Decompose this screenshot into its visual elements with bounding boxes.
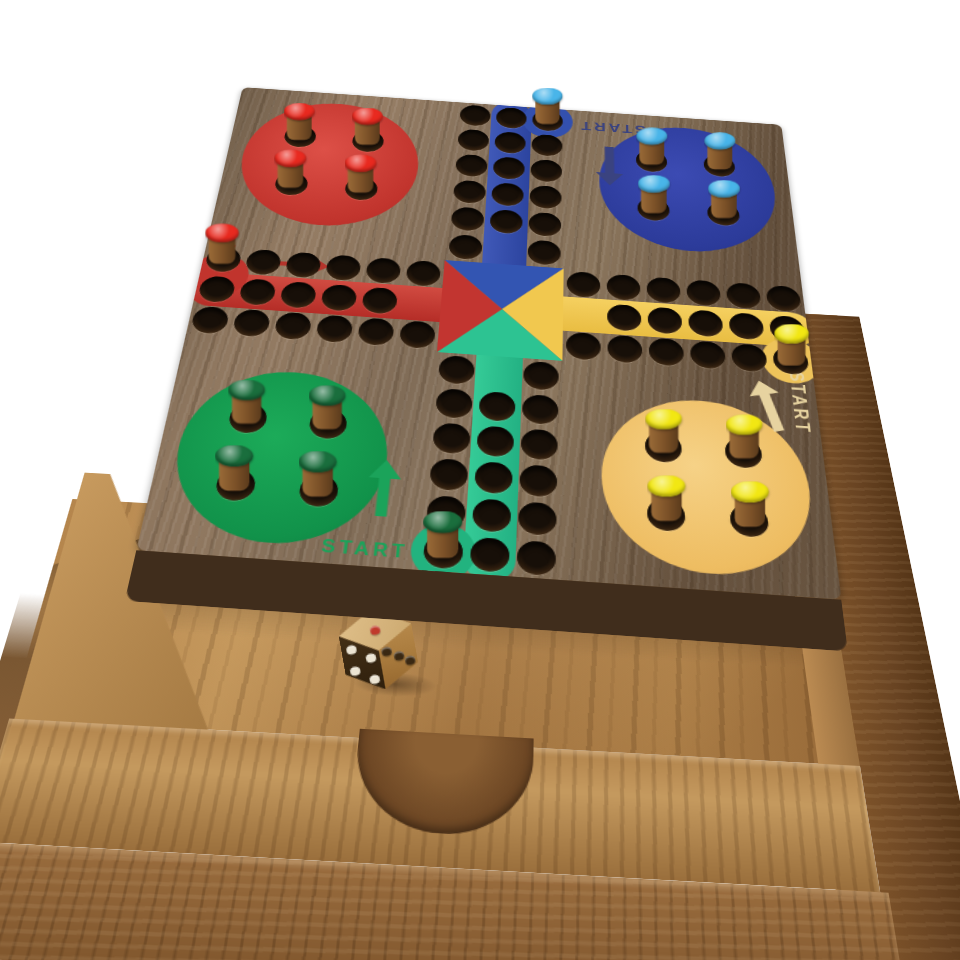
track-hole-r8c5[interactable] [399, 320, 436, 349]
green-peg-yard-2[interactable] [309, 385, 346, 431]
center-goal [437, 260, 564, 361]
center-green-triangle [437, 260, 564, 361]
die-1-left-pip-1 [345, 645, 357, 656]
green-lane-hole-4[interactable] [472, 498, 512, 533]
red-lane-hole-4[interactable] [320, 284, 358, 312]
track-hole-r6c14[interactable] [766, 285, 802, 312]
peg-cap [352, 108, 383, 126]
peg-cap [647, 475, 685, 497]
blue-peg-yard-2[interactable] [704, 132, 735, 171]
track-hole-r1c6[interactable] [457, 129, 489, 152]
track-hole-r11c6[interactable] [432, 422, 471, 454]
track-hole-r3c8[interactable] [529, 185, 561, 210]
green-yard[interactable] [160, 366, 396, 551]
red-home-lane [186, 271, 443, 322]
track-hole-r10c8[interactable] [522, 394, 559, 425]
blue-peg-start[interactable] [532, 88, 562, 126]
track-hole-r11c8[interactable] [521, 428, 558, 460]
track-hole-r2c6[interactable] [455, 154, 488, 178]
track-hole-r8c9[interactable] [566, 332, 601, 361]
track-hole-r2c8[interactable] [530, 159, 562, 183]
track-hole-r1c8[interactable] [531, 134, 562, 157]
peg-cap [731, 481, 769, 503]
yellow-lane-hole-4[interactable] [728, 312, 764, 340]
track-hole-r8c0[interactable] [190, 306, 230, 335]
peg-cap [205, 223, 239, 242]
green-home-lane [462, 355, 523, 584]
peg-cap [636, 127, 667, 145]
track-hole-r4c6[interactable] [451, 206, 485, 231]
track-hole-r8c11[interactable] [649, 338, 685, 367]
green-peg-yard-3[interactable] [215, 445, 253, 493]
die-1-right-pip-1 [381, 646, 393, 657]
blue-peg-yard-4[interactable] [708, 180, 740, 220]
product-photo-scene: START START START START [0, 0, 960, 960]
blue-lane-hole-2[interactable] [494, 131, 526, 154]
green-peg-start[interactable] [423, 511, 462, 560]
blue-yard[interactable] [599, 122, 782, 257]
track-hole-r9c8[interactable] [523, 361, 559, 391]
center-red-triangle [437, 260, 564, 361]
track-hole-r10c6[interactable] [435, 388, 473, 419]
peg-cap [774, 324, 809, 344]
yellow-peg-yard-2[interactable] [726, 414, 763, 460]
track-hole-r8c13[interactable] [731, 343, 768, 372]
red-lane-hole-2[interactable] [238, 278, 277, 306]
yellow-peg-yard-1[interactable] [645, 409, 682, 455]
track-hole-r8c2[interactable] [274, 312, 313, 341]
peg-cap [284, 103, 315, 121]
red-peg-yard-2[interactable] [352, 108, 383, 147]
peg-cap [215, 445, 253, 467]
red-peg-yard-3[interactable] [274, 149, 306, 189]
blue-lane-hole-4[interactable] [491, 182, 524, 207]
peg-cap [638, 175, 670, 193]
peg-cap [309, 385, 346, 406]
blue-home-lane [482, 101, 532, 266]
red-start-arrow-icon [274, 254, 330, 276]
track-hole-r6c1[interactable] [244, 249, 282, 276]
track-hole-r6c10[interactable] [607, 274, 641, 301]
red-yard[interactable] [229, 98, 424, 231]
die-1-left-pip-3 [349, 666, 361, 677]
track-hole-r8c3[interactable] [315, 315, 353, 344]
track-hole-r8c1[interactable] [232, 309, 272, 338]
green-peg-yard-1[interactable] [228, 380, 265, 426]
green-lane-hole-2[interactable] [476, 425, 514, 457]
yellow-peg-yard-4[interactable] [731, 481, 769, 529]
green-lane-hole-5[interactable] [470, 537, 510, 573]
red-peg-start[interactable] [205, 223, 239, 265]
green-peg-yard-4[interactable] [299, 451, 337, 499]
red-peg-yard-4[interactable] [345, 154, 377, 194]
blue-lane-hole-5[interactable] [490, 209, 523, 234]
peg-cap [299, 451, 337, 473]
track-hole-r0c6[interactable] [459, 104, 491, 126]
yellow-yard[interactable] [601, 394, 820, 581]
track-hole-r3c6[interactable] [453, 180, 486, 204]
yellow-peg-start[interactable] [774, 324, 809, 368]
blue-peg-yard-1[interactable] [636, 127, 667, 166]
yellow-lane-hole-3[interactable] [688, 309, 724, 337]
die-1-right-pip-2 [393, 651, 405, 662]
track-hole-r5c6[interactable] [448, 234, 483, 260]
yellow-start-label: START [785, 371, 814, 435]
peg-cap [228, 380, 265, 401]
die-1-left-pip-2 [365, 653, 377, 664]
green-lane-hole-1[interactable] [478, 391, 515, 422]
track-hole-r6c5[interactable] [405, 260, 441, 287]
blue-lane-hole-3[interactable] [493, 156, 525, 180]
red-lane-hole-5[interactable] [361, 287, 398, 315]
peg-cap [726, 414, 763, 435]
red-lane-hole-1[interactable] [197, 275, 236, 303]
track-hole-r8c4[interactable] [357, 317, 395, 346]
center-blue-triangle [437, 260, 564, 361]
red-peg-yard-1[interactable] [284, 103, 315, 142]
blue-peg-yard-3[interactable] [638, 175, 670, 215]
track-hole-r4c8[interactable] [528, 212, 561, 237]
green-start-label: START [320, 536, 409, 562]
track-hole-r6c9[interactable] [567, 271, 601, 298]
green-start-arrow-icon [361, 459, 406, 527]
track-hole-r12c8[interactable] [519, 464, 557, 498]
green-lane-hole-3[interactable] [474, 461, 513, 494]
center-yellow-triangle [437, 260, 564, 361]
track-hole-r6c4[interactable] [365, 257, 401, 284]
die-1-left-pip-4 [369, 674, 381, 685]
die-1-right-pip-3 [404, 656, 416, 667]
blue-start-arrow-icon [594, 142, 626, 187]
peg-cap [532, 88, 562, 105]
peg-cap [704, 132, 735, 150]
track-hole-r12c6[interactable] [429, 458, 469, 491]
yellow-lane-hole-1[interactable] [607, 304, 641, 332]
red-lane-hole-3[interactable] [279, 281, 317, 309]
peg-cap [645, 409, 682, 430]
blue-lane-hole-1[interactable] [496, 107, 527, 129]
yellow-peg-yard-3[interactable] [647, 475, 685, 523]
track-hole-r8c10[interactable] [607, 335, 642, 364]
ludo-board: START START START START [125, 87, 848, 651]
peg-cap [423, 511, 462, 533]
track-hole-r8c12[interactable] [690, 340, 726, 369]
track-hole-r9c6[interactable] [438, 355, 475, 385]
track-hole-r6c12[interactable] [686, 279, 721, 306]
track-hole-r6c13[interactable] [726, 282, 762, 309]
peg-cap [274, 149, 306, 167]
track-hole-r5c8[interactable] [527, 240, 560, 266]
track-hole-r14c8[interactable] [516, 540, 556, 576]
track-hole-r6c11[interactable] [646, 277, 680, 304]
peg-cap [345, 154, 377, 172]
die-1-top-pip-1 [369, 625, 381, 636]
track-hole-r13c8[interactable] [518, 501, 557, 536]
track-hole-r6c3[interactable] [325, 254, 362, 281]
track-hole-r6c2[interactable] [285, 252, 322, 279]
peg-cap [708, 180, 740, 198]
yellow-lane-hole-2[interactable] [647, 307, 682, 335]
